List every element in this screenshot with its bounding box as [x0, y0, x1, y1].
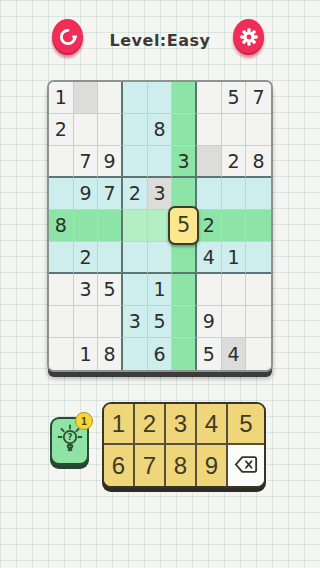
- key-6[interactable]: 6: [104, 445, 135, 486]
- cell-r3c4[interactable]: [123, 146, 148, 178]
- cell-r7c2[interactable]: 3: [74, 274, 99, 306]
- cell-r5c9[interactable]: [246, 210, 271, 242]
- cell-r1c3[interactable]: [98, 82, 123, 114]
- cell-r1c4[interactable]: [123, 82, 148, 114]
- cell-r9c3[interactable]: 8: [98, 338, 123, 370]
- key-4[interactable]: 4: [197, 404, 228, 445]
- cell-r1c6[interactable]: [172, 82, 197, 114]
- backspace-icon: [234, 452, 258, 480]
- cell-r5c2[interactable]: [74, 210, 99, 242]
- cell-r3c5[interactable]: [148, 146, 173, 178]
- cell-r3c7[interactable]: [197, 146, 222, 178]
- cell-r8c5[interactable]: 5: [148, 306, 173, 338]
- cell-r6c1[interactable]: [49, 242, 74, 274]
- cell-r3c9[interactable]: 8: [246, 146, 271, 178]
- cell-r8c6[interactable]: [172, 306, 197, 338]
- cell-r2c7[interactable]: [197, 114, 222, 146]
- sudoku-app-screen: Level:Easy 15728793289723852241351359186…: [0, 0, 320, 568]
- cell-r3c2[interactable]: 7: [74, 146, 99, 178]
- hint-count-badge: 1: [75, 412, 93, 430]
- cell-r3c6[interactable]: 3: [172, 146, 197, 178]
- cell-r7c5[interactable]: 1: [148, 274, 173, 306]
- cell-r9c6[interactable]: [172, 338, 197, 370]
- cell-r5c6[interactable]: 5: [172, 210, 197, 242]
- cell-r2c5[interactable]: 8: [148, 114, 173, 146]
- cell-r5c4[interactable]: [123, 210, 148, 242]
- key-8[interactable]: 8: [166, 445, 197, 486]
- cell-r4c5[interactable]: 3: [148, 178, 173, 210]
- cell-r1c1[interactable]: 1: [49, 82, 74, 114]
- cell-r7c1[interactable]: [49, 274, 74, 306]
- cell-r3c3[interactable]: 9: [98, 146, 123, 178]
- cell-r8c2[interactable]: [74, 306, 99, 338]
- cell-r2c3[interactable]: [98, 114, 123, 146]
- cell-r7c9[interactable]: [246, 274, 271, 306]
- cell-r7c4[interactable]: [123, 274, 148, 306]
- key-1[interactable]: 1: [104, 404, 135, 445]
- cell-r2c9[interactable]: [246, 114, 271, 146]
- cell-r7c6[interactable]: [172, 274, 197, 306]
- cell-r8c9[interactable]: [246, 306, 271, 338]
- cell-r1c9[interactable]: 7: [246, 82, 271, 114]
- cell-r6c9[interactable]: [246, 242, 271, 274]
- cell-r7c7[interactable]: [197, 274, 222, 306]
- cell-r1c8[interactable]: 5: [222, 82, 247, 114]
- cell-r1c2[interactable]: [74, 82, 99, 114]
- cell-r6c2[interactable]: 2: [74, 242, 99, 274]
- cell-r2c2[interactable]: [74, 114, 99, 146]
- cell-r9c7[interactable]: 5: [197, 338, 222, 370]
- cell-r2c4[interactable]: [123, 114, 148, 146]
- cell-r4c7[interactable]: [197, 178, 222, 210]
- key-7[interactable]: 7: [135, 445, 166, 486]
- cell-r6c8[interactable]: 1: [222, 242, 247, 274]
- cell-r5c7[interactable]: 2: [197, 210, 222, 242]
- cell-r4c9[interactable]: [246, 178, 271, 210]
- cell-r4c4[interactable]: 2: [123, 178, 148, 210]
- key-5[interactable]: 5: [228, 404, 264, 445]
- cell-r2c1[interactable]: 2: [49, 114, 74, 146]
- cell-r8c8[interactable]: [222, 306, 247, 338]
- cell-r7c8[interactable]: [222, 274, 247, 306]
- cell-r8c4[interactable]: 3: [123, 306, 148, 338]
- cell-r8c7[interactable]: 9: [197, 306, 222, 338]
- cell-r7c3[interactable]: 5: [98, 274, 123, 306]
- svg-text:?: ?: [67, 432, 72, 442]
- key-3[interactable]: 3: [166, 404, 197, 445]
- cell-r8c1[interactable]: [49, 306, 74, 338]
- settings-button[interactable]: [233, 19, 264, 55]
- backspace-key[interactable]: [228, 445, 264, 486]
- cell-r9c1[interactable]: [49, 338, 74, 370]
- sudoku-board: 1572879328972385224135135918654: [47, 80, 273, 372]
- cell-r1c7[interactable]: [197, 82, 222, 114]
- cell-r8c3[interactable]: [98, 306, 123, 338]
- hint-button[interactable]: 1 ?: [50, 417, 89, 465]
- cell-r9c2[interactable]: 1: [74, 338, 99, 370]
- cell-r4c3[interactable]: 7: [98, 178, 123, 210]
- cell-r4c8[interactable]: [222, 178, 247, 210]
- cell-r9c5[interactable]: 6: [148, 338, 173, 370]
- cell-r9c9[interactable]: [246, 338, 271, 370]
- cell-r2c8[interactable]: [222, 114, 247, 146]
- cell-r1c5[interactable]: [148, 82, 173, 114]
- cell-r3c8[interactable]: 2: [222, 146, 247, 178]
- cell-r9c8[interactable]: 4: [222, 338, 247, 370]
- cell-r9c4[interactable]: [123, 338, 148, 370]
- cell-r5c1[interactable]: 8: [49, 210, 74, 242]
- cell-r6c4[interactable]: [123, 242, 148, 274]
- cell-r4c2[interactable]: 9: [74, 178, 99, 210]
- selected-cell-tile[interactable]: 5: [168, 206, 199, 245]
- key-2[interactable]: 2: [135, 404, 166, 445]
- cell-r6c5[interactable]: [148, 242, 173, 274]
- cell-r6c3[interactable]: [98, 242, 123, 274]
- cell-r6c7[interactable]: 4: [197, 242, 222, 274]
- cell-r2c6[interactable]: [172, 114, 197, 146]
- cell-r4c1[interactable]: [49, 178, 74, 210]
- cell-r3c1[interactable]: [49, 146, 74, 178]
- level-title: Level:Easy: [0, 31, 320, 50]
- cell-r5c3[interactable]: [98, 210, 123, 242]
- cell-r6c6[interactable]: [172, 242, 197, 274]
- key-9[interactable]: 9: [197, 445, 228, 486]
- number-keypad: 123456789: [102, 402, 266, 488]
- cell-r5c8[interactable]: [222, 210, 247, 242]
- gear-icon: [239, 27, 259, 47]
